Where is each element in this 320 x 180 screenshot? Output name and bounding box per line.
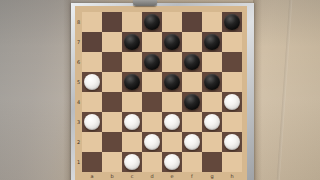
square-c1[interactable]: ⛀ — [122, 152, 142, 172]
square-e5[interactable]: ⛂ — [162, 72, 182, 92]
black-man-c7[interactable]: ⛂ — [124, 34, 140, 50]
black-man-g7[interactable]: ⛂ — [204, 34, 220, 50]
black-man-d6[interactable]: ⛂ — [144, 54, 160, 70]
square-b1[interactable] — [102, 152, 122, 172]
square-b4[interactable] — [102, 92, 122, 112]
square-d7[interactable] — [142, 32, 162, 52]
file-label-b: b — [102, 172, 122, 180]
square-c3[interactable]: ⛀ — [122, 112, 142, 132]
square-f8[interactable] — [182, 12, 202, 32]
square-d2[interactable]: ⛀ — [142, 132, 162, 152]
square-b7[interactable] — [102, 32, 122, 52]
square-c2[interactable] — [122, 132, 142, 152]
rank-label-6: 6 — [75, 52, 82, 72]
file-label-f: f — [182, 172, 202, 180]
board-shadow-left — [63, 0, 71, 180]
board-grid: ⛂⛂⛂⛂⛂⛂⛂⛀⛂⛂⛂⛂⛀⛀⛀⛀⛀⛀⛀⛀⛀⛀ — [82, 12, 242, 172]
square-e4[interactable] — [162, 92, 182, 112]
rank-label-2: 2 — [75, 132, 82, 152]
square-g6[interactable] — [202, 52, 222, 72]
square-e3[interactable]: ⛀ — [162, 112, 182, 132]
square-f1[interactable] — [182, 152, 202, 172]
square-c5[interactable]: ⛂ — [122, 72, 142, 92]
rank-labels: 87654321 — [75, 12, 82, 172]
rank-label-4: 4 — [75, 92, 82, 112]
square-d8[interactable]: ⛂ — [142, 12, 162, 32]
square-a2[interactable] — [82, 132, 102, 152]
white-man-e3[interactable]: ⛀ — [164, 114, 180, 130]
rank-label-8: 8 — [75, 12, 82, 32]
white-man-c1[interactable]: ⛀ — [124, 154, 140, 170]
square-f3[interactable] — [182, 112, 202, 132]
black-man-e5[interactable]: ⛂ — [164, 74, 180, 90]
rank-label-3: 3 — [75, 112, 82, 132]
square-g2[interactable] — [202, 132, 222, 152]
square-h1[interactable] — [222, 152, 242, 172]
checkers-board: 87654321 abcdefgh ⛂⛂⛂⛂⛂⛂⛂⛀⛂⛂⛂⛂⛀⛀⛀⛀⛀⛀⛀⛀⛀⛀ — [71, 3, 254, 180]
square-h3[interactable] — [222, 112, 242, 132]
white-man-d2[interactable]: ⛀ — [144, 134, 160, 150]
black-man-f4[interactable]: ⛂ — [184, 94, 200, 110]
square-d4[interactable] — [142, 92, 162, 112]
square-f6[interactable]: ⛂ — [182, 52, 202, 72]
square-b3[interactable] — [102, 112, 122, 132]
square-b5[interactable] — [102, 72, 122, 92]
square-b6[interactable] — [102, 52, 122, 72]
file-label-c: c — [122, 172, 142, 180]
square-c4[interactable] — [122, 92, 142, 112]
board-shadow-right — [253, 0, 262, 180]
white-man-h2[interactable]: ⛀ — [224, 134, 240, 150]
square-f4[interactable]: ⛂ — [182, 92, 202, 112]
black-man-d8[interactable]: ⛂ — [144, 14, 160, 30]
white-man-h4[interactable]: ⛀ — [224, 94, 240, 110]
rank-label-7: 7 — [75, 32, 82, 52]
square-e1[interactable]: ⛀ — [162, 152, 182, 172]
square-d3[interactable] — [142, 112, 162, 132]
square-b8[interactable] — [102, 12, 122, 32]
square-a1[interactable] — [82, 152, 102, 172]
square-f5[interactable] — [182, 72, 202, 92]
square-e7[interactable]: ⛂ — [162, 32, 182, 52]
square-h2[interactable]: ⛀ — [222, 132, 242, 152]
square-a4[interactable] — [82, 92, 102, 112]
square-e6[interactable] — [162, 52, 182, 72]
square-a5[interactable]: ⛀ — [82, 72, 102, 92]
rank-label-1: 1 — [75, 152, 82, 172]
square-d1[interactable] — [142, 152, 162, 172]
white-man-a5[interactable]: ⛀ — [84, 74, 100, 90]
white-man-c3[interactable]: ⛀ — [124, 114, 140, 130]
square-g4[interactable] — [202, 92, 222, 112]
square-f7[interactable] — [182, 32, 202, 52]
white-man-e1[interactable]: ⛀ — [164, 154, 180, 170]
square-g7[interactable]: ⛂ — [202, 32, 222, 52]
square-a7[interactable] — [82, 32, 102, 52]
square-e2[interactable] — [162, 132, 182, 152]
square-c7[interactable]: ⛂ — [122, 32, 142, 52]
white-man-a3[interactable]: ⛀ — [84, 114, 100, 130]
black-man-h8[interactable]: ⛂ — [224, 14, 240, 30]
white-man-g3[interactable]: ⛀ — [204, 114, 220, 130]
square-d5[interactable] — [142, 72, 162, 92]
black-man-f6[interactable]: ⛂ — [184, 54, 200, 70]
square-c8[interactable] — [122, 12, 142, 32]
square-a3[interactable]: ⛀ — [82, 112, 102, 132]
black-man-c5[interactable]: ⛂ — [124, 74, 140, 90]
square-d6[interactable]: ⛂ — [142, 52, 162, 72]
square-h8[interactable]: ⛂ — [222, 12, 242, 32]
white-man-f2[interactable]: ⛀ — [184, 134, 200, 150]
black-man-e7[interactable]: ⛂ — [164, 34, 180, 50]
square-c6[interactable] — [122, 52, 142, 72]
file-label-g: g — [202, 172, 222, 180]
rank-label-5: 5 — [75, 72, 82, 92]
square-a8[interactable] — [82, 12, 102, 32]
square-e8[interactable] — [162, 12, 182, 32]
square-h5[interactable] — [222, 72, 242, 92]
file-label-e: e — [162, 172, 182, 180]
file-label-d: d — [142, 172, 162, 180]
square-g8[interactable] — [202, 12, 222, 32]
square-h4[interactable]: ⛀ — [222, 92, 242, 112]
file-labels: abcdefgh — [82, 172, 242, 180]
file-label-a: a — [82, 172, 102, 180]
square-h6[interactable] — [222, 52, 242, 72]
square-b2[interactable] — [102, 132, 122, 152]
square-f2[interactable]: ⛀ — [182, 132, 202, 152]
square-g1[interactable] — [202, 152, 222, 172]
square-h7[interactable] — [222, 32, 242, 52]
black-man-g5[interactable]: ⛂ — [204, 74, 220, 90]
board-hinge — [133, 0, 157, 6]
square-g5[interactable]: ⛂ — [202, 72, 222, 92]
square-g3[interactable]: ⛀ — [202, 112, 222, 132]
file-label-h: h — [222, 172, 242, 180]
square-a6[interactable] — [82, 52, 102, 72]
photo-scene: 87654321 abcdefgh ⛂⛂⛂⛂⛂⛂⛂⛀⛂⛂⛂⛂⛀⛀⛀⛀⛀⛀⛀⛀⛀⛀ — [0, 0, 320, 180]
